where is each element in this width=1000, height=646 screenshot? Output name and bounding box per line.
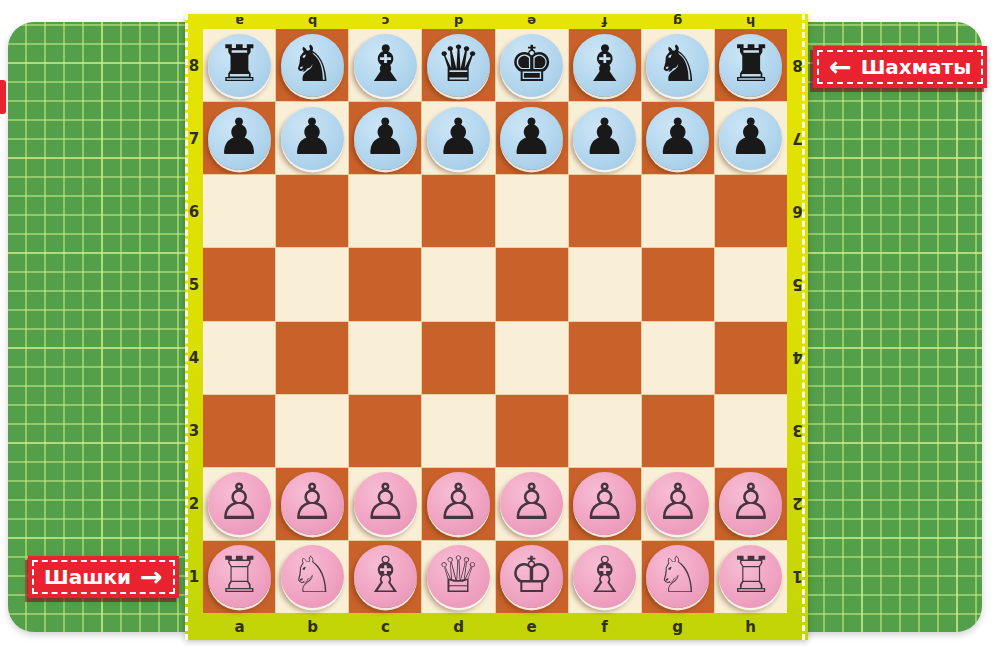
square-b6[interactable]	[276, 175, 348, 247]
piece-black-pawn-b7[interactable]: ♟	[281, 107, 344, 170]
square-g4[interactable]	[642, 322, 714, 394]
coord-label: a	[203, 14, 276, 29]
piece-white-knight-b1[interactable]: ♘	[281, 545, 344, 608]
piece-black-rook-h8[interactable]: ♜	[719, 34, 782, 97]
piece-glyph: ♔	[509, 550, 554, 603]
square-h8[interactable]: ♜	[715, 29, 787, 101]
coord-label: h	[714, 613, 787, 640]
piece-white-bishop-f1[interactable]: ♗	[573, 545, 636, 608]
piece-glyph: ♝	[363, 39, 408, 92]
square-g5[interactable]	[642, 248, 714, 320]
square-e2[interactable]: ♙	[496, 468, 568, 540]
square-e6[interactable]	[496, 175, 568, 247]
square-c5[interactable]	[349, 248, 421, 320]
square-a7[interactable]: ♟	[203, 102, 275, 174]
square-c3[interactable]	[349, 395, 421, 467]
coord-label: c	[349, 613, 422, 640]
piece-glyph: ♞	[290, 39, 335, 92]
square-h7[interactable]: ♟	[715, 102, 787, 174]
piece-white-rook-h1[interactable]: ♖	[719, 545, 782, 608]
piece-black-bishop-c8[interactable]: ♝	[354, 34, 417, 97]
piece-black-pawn-e7[interactable]: ♟	[500, 107, 563, 170]
coord-label: g	[641, 613, 714, 640]
coord-label: 2	[185, 467, 203, 540]
piece-glyph: ♛	[436, 39, 481, 92]
square-h6[interactable]	[715, 175, 787, 247]
square-g3[interactable]	[642, 395, 714, 467]
chess-label: Шахматы	[861, 55, 972, 79]
left-arrow-icon: ←	[829, 56, 852, 78]
piece-white-pawn-c2[interactable]: ♙	[354, 472, 417, 535]
square-e5[interactable]	[496, 248, 568, 320]
piece-white-bishop-c1[interactable]: ♗	[354, 545, 417, 608]
chess-board: ♜♞♝♛♚♝♞♜♟♟♟♟♟♟♟♟♙♙♙♙♙♙♙♙♖♘♗♕♔♗♘♖	[203, 29, 787, 613]
coord-label: 3	[787, 394, 808, 467]
coord-label: 8	[787, 29, 808, 102]
piece-glyph: ♟	[217, 112, 262, 165]
chess-board-sheet: abcdefgh abcdefgh 87654321 87654321 ♜♞♝♛…	[185, 14, 808, 640]
piece-glyph: ♙	[655, 477, 700, 530]
piece-glyph: ♕	[436, 550, 481, 603]
square-f3[interactable]	[569, 395, 641, 467]
coord-label: 7	[787, 102, 808, 175]
square-d6[interactable]	[422, 175, 494, 247]
file-labels-top: abcdefgh	[203, 14, 787, 29]
piece-white-pawn-h2[interactable]: ♙	[719, 472, 782, 535]
piece-glyph: ♟	[509, 112, 554, 165]
piece-glyph: ♞	[655, 39, 700, 92]
square-b4[interactable]	[276, 322, 348, 394]
piece-black-knight-g8[interactable]: ♞	[646, 34, 709, 97]
square-d4[interactable]	[422, 322, 494, 394]
piece-glyph: ♖	[729, 550, 774, 603]
square-d7[interactable]: ♟	[422, 102, 494, 174]
coord-label: g	[641, 14, 714, 29]
coord-label: b	[276, 613, 349, 640]
piece-black-king-e8[interactable]: ♚	[500, 34, 563, 97]
piece-glyph: ♟	[363, 112, 408, 165]
coord-label: 4	[787, 321, 808, 394]
piece-white-knight-g1[interactable]: ♘	[646, 545, 709, 608]
piece-glyph: ♘	[655, 550, 700, 603]
coord-label: b	[276, 14, 349, 29]
square-h5[interactable]	[715, 248, 787, 320]
coord-label: a	[203, 613, 276, 640]
coord-label: e	[495, 14, 568, 29]
square-a2[interactable]: ♙	[203, 468, 275, 540]
square-a8[interactable]: ♜	[203, 29, 275, 101]
piece-white-pawn-b2[interactable]: ♙	[281, 472, 344, 535]
coord-label: 8	[185, 29, 203, 102]
square-b1[interactable]: ♘	[276, 541, 348, 613]
piece-black-pawn-g7[interactable]: ♟	[646, 107, 709, 170]
piece-glyph: ♟	[290, 112, 335, 165]
piece-white-queen-d1[interactable]: ♕	[427, 545, 490, 608]
piece-black-pawn-a7[interactable]: ♟	[208, 107, 271, 170]
square-g2[interactable]: ♙	[642, 468, 714, 540]
square-c7[interactable]: ♟	[349, 102, 421, 174]
coord-label: d	[422, 14, 495, 29]
red-edge-sliver	[0, 80, 6, 114]
piece-glyph: ♗	[363, 550, 408, 603]
square-g1[interactable]: ♘	[642, 541, 714, 613]
piece-black-rook-a8[interactable]: ♜	[208, 34, 271, 97]
file-labels-bottom: abcdefgh	[203, 613, 787, 640]
square-d2[interactable]: ♙	[422, 468, 494, 540]
piece-glyph: ♟	[655, 112, 700, 165]
square-e1[interactable]: ♔	[496, 541, 568, 613]
square-a5[interactable]	[203, 248, 275, 320]
piece-glyph: ♘	[290, 550, 335, 603]
piece-glyph: ♝	[582, 39, 627, 92]
piece-glyph: ♙	[582, 477, 627, 530]
coord-label: h	[714, 14, 787, 29]
square-c2[interactable]: ♙	[349, 468, 421, 540]
piece-glyph: ♟	[582, 112, 627, 165]
square-h2[interactable]: ♙	[715, 468, 787, 540]
square-f4[interactable]	[569, 322, 641, 394]
coord-label: 5	[787, 248, 808, 321]
square-f5[interactable]	[569, 248, 641, 320]
piece-white-pawn-d2[interactable]: ♙	[427, 472, 490, 535]
piece-glyph: ♙	[363, 477, 408, 530]
piece-glyph: ♚	[509, 39, 554, 92]
piece-glyph: ♙	[290, 477, 335, 530]
square-a3[interactable]	[203, 395, 275, 467]
coord-label: 7	[185, 102, 203, 175]
square-a1[interactable]: ♖	[203, 541, 275, 613]
coord-label: 1	[185, 540, 203, 613]
piece-glyph: ♜	[217, 39, 262, 92]
square-c8[interactable]: ♝	[349, 29, 421, 101]
checkers-label: Шашки	[44, 565, 131, 589]
square-b5[interactable]	[276, 248, 348, 320]
product-photo: abcdefgh abcdefgh 87654321 87654321 ♜♞♝♛…	[0, 0, 1000, 646]
square-f2[interactable]: ♙	[569, 468, 641, 540]
rank-labels-right: 87654321	[787, 29, 808, 613]
coord-label: d	[422, 613, 495, 640]
square-g7[interactable]: ♟	[642, 102, 714, 174]
square-d3[interactable]	[422, 395, 494, 467]
square-g6[interactable]	[642, 175, 714, 247]
coord-label: f	[568, 613, 641, 640]
piece-glyph: ♙	[217, 477, 262, 530]
piece-glyph: ♖	[217, 550, 262, 603]
square-e8[interactable]: ♚	[496, 29, 568, 101]
coord-label: 6	[787, 175, 808, 248]
piece-glyph: ♙	[729, 477, 774, 530]
piece-black-queen-d8[interactable]: ♛	[427, 34, 490, 97]
square-h3[interactable]	[715, 395, 787, 467]
square-c1[interactable]: ♗	[349, 541, 421, 613]
piece-glyph: ♙	[509, 477, 554, 530]
right-arrow-icon: →	[140, 566, 163, 588]
coord-label: e	[495, 613, 568, 640]
coord-label: f	[568, 14, 641, 29]
square-c4[interactable]	[349, 322, 421, 394]
piece-glyph: ♙	[436, 477, 481, 530]
piece-white-king-e1[interactable]: ♔	[500, 545, 563, 608]
piece-black-pawn-c7[interactable]: ♟	[354, 107, 417, 170]
square-b2[interactable]: ♙	[276, 468, 348, 540]
square-c6[interactable]	[349, 175, 421, 247]
rank-labels-left: 87654321	[185, 29, 203, 613]
piece-white-pawn-e2[interactable]: ♙	[500, 472, 563, 535]
checkers-label-badge: Шашки →	[28, 556, 179, 598]
coord-label: 4	[185, 321, 203, 394]
piece-white-pawn-f2[interactable]: ♙	[573, 472, 636, 535]
square-f1[interactable]: ♗	[569, 541, 641, 613]
piece-black-bishop-f8[interactable]: ♝	[573, 34, 636, 97]
piece-white-pawn-g2[interactable]: ♙	[646, 472, 709, 535]
piece-black-knight-b8[interactable]: ♞	[281, 34, 344, 97]
piece-black-pawn-d7[interactable]: ♟	[427, 107, 490, 170]
square-h1[interactable]: ♖	[715, 541, 787, 613]
square-b8[interactable]: ♞	[276, 29, 348, 101]
square-a6[interactable]	[203, 175, 275, 247]
square-d1[interactable]: ♕	[422, 541, 494, 613]
piece-glyph: ♜	[729, 39, 774, 92]
square-f7[interactable]: ♟	[569, 102, 641, 174]
square-h4[interactable]	[715, 322, 787, 394]
piece-black-pawn-f7[interactable]: ♟	[573, 107, 636, 170]
piece-glyph: ♟	[436, 112, 481, 165]
coord-label: c	[349, 14, 422, 29]
piece-white-pawn-a2[interactable]: ♙	[208, 472, 271, 535]
coord-label: 3	[185, 394, 203, 467]
piece-glyph: ♟	[729, 112, 774, 165]
square-f8[interactable]: ♝	[569, 29, 641, 101]
square-e7[interactable]: ♟	[496, 102, 568, 174]
square-e3[interactable]	[496, 395, 568, 467]
coord-label: 5	[185, 248, 203, 321]
square-f6[interactable]	[569, 175, 641, 247]
coord-label: 2	[787, 467, 808, 540]
square-d5[interactable]	[422, 248, 494, 320]
square-b3[interactable]	[276, 395, 348, 467]
square-e4[interactable]	[496, 322, 568, 394]
square-b7[interactable]: ♟	[276, 102, 348, 174]
piece-black-pawn-h7[interactable]: ♟	[719, 107, 782, 170]
square-a4[interactable]	[203, 322, 275, 394]
chess-label-badge: ← Шахматы	[813, 46, 987, 88]
piece-white-rook-a1[interactable]: ♖	[208, 545, 271, 608]
piece-glyph: ♗	[582, 550, 627, 603]
square-d8[interactable]: ♛	[422, 29, 494, 101]
coord-label: 6	[185, 175, 203, 248]
coord-label: 1	[787, 540, 808, 613]
square-g8[interactable]: ♞	[642, 29, 714, 101]
